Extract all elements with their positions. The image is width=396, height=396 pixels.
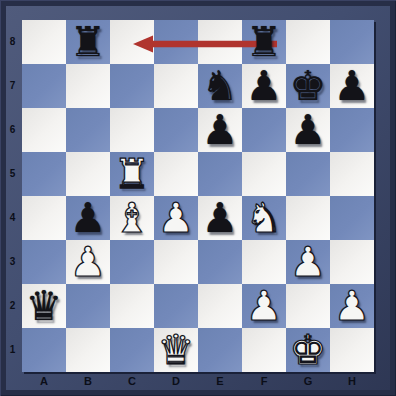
piece-white-pawn-f2[interactable]: ♟ <box>242 284 286 328</box>
rank-label-4: 4 <box>5 196 20 240</box>
square-c6[interactable] <box>110 108 154 152</box>
square-a7[interactable] <box>22 64 66 108</box>
piece-black-rook-b8[interactable]: ♜ <box>66 20 110 64</box>
square-d5[interactable] <box>154 152 198 196</box>
square-g4[interactable] <box>286 196 330 240</box>
square-a3[interactable] <box>22 240 66 284</box>
square-b6[interactable] <box>66 108 110 152</box>
square-b2[interactable] <box>66 284 110 328</box>
piece-black-rook-f8[interactable]: ♜ <box>242 20 286 64</box>
square-h6[interactable] <box>330 108 374 152</box>
piece-white-pawn-h2[interactable]: ♟ <box>330 284 374 328</box>
piece-white-pawn-g3[interactable]: ♟ <box>286 240 330 284</box>
piece-white-king-g1[interactable]: ♚ <box>286 328 330 372</box>
square-h5[interactable] <box>330 152 374 196</box>
square-h4[interactable] <box>330 196 374 240</box>
piece-white-pawn-b3[interactable]: ♟ <box>66 240 110 284</box>
square-f5[interactable] <box>242 152 286 196</box>
piece-white-bishop-c4[interactable]: ♝ <box>110 196 154 240</box>
square-f3[interactable] <box>242 240 286 284</box>
square-f6[interactable] <box>242 108 286 152</box>
square-d2[interactable] <box>154 284 198 328</box>
square-b1[interactable] <box>66 328 110 372</box>
chess-diagram: ♜♜♞♟♚♟♟♟♜♟♝♟♟♞♟♟♛♟♟♛♚ 87654321 ABCDEFGH <box>0 0 396 396</box>
piece-white-pawn-d4[interactable]: ♟ <box>154 196 198 240</box>
file-label-b: B <box>66 373 110 389</box>
rank-label-5: 5 <box>5 152 20 196</box>
square-e2[interactable] <box>198 284 242 328</box>
square-c1[interactable] <box>110 328 154 372</box>
square-e8[interactable] <box>198 20 242 64</box>
board: ♜♜♞♟♚♟♟♟♜♟♝♟♟♞♟♟♛♟♟♛♚ <box>22 20 374 372</box>
square-a8[interactable] <box>22 20 66 64</box>
square-b5[interactable] <box>66 152 110 196</box>
file-label-d: D <box>154 373 198 389</box>
square-a6[interactable] <box>22 108 66 152</box>
piece-black-pawn-f7[interactable]: ♟ <box>242 64 286 108</box>
rank-label-2: 2 <box>5 284 20 328</box>
piece-black-pawn-h7[interactable]: ♟ <box>330 64 374 108</box>
square-d3[interactable] <box>154 240 198 284</box>
square-h3[interactable] <box>330 240 374 284</box>
rank-label-7: 7 <box>5 64 20 108</box>
square-h8[interactable] <box>330 20 374 64</box>
square-e5[interactable] <box>198 152 242 196</box>
file-label-g: G <box>286 373 330 389</box>
square-d6[interactable] <box>154 108 198 152</box>
piece-black-pawn-b4[interactable]: ♟ <box>66 196 110 240</box>
square-c2[interactable] <box>110 284 154 328</box>
file-label-f: F <box>242 373 286 389</box>
file-label-e: E <box>198 373 242 389</box>
piece-black-pawn-e4[interactable]: ♟ <box>198 196 242 240</box>
piece-white-queen-d1[interactable]: ♛ <box>154 328 198 372</box>
square-d8[interactable] <box>154 20 198 64</box>
piece-white-knight-f4[interactable]: ♞ <box>242 196 286 240</box>
square-c3[interactable] <box>110 240 154 284</box>
square-b7[interactable] <box>66 64 110 108</box>
rank-label-6: 6 <box>5 108 20 152</box>
piece-black-king-g7[interactable]: ♚ <box>286 64 330 108</box>
file-label-c: C <box>110 373 154 389</box>
square-a5[interactable] <box>22 152 66 196</box>
piece-black-queen-a2[interactable]: ♛ <box>22 284 66 328</box>
square-a1[interactable] <box>22 328 66 372</box>
file-label-h: H <box>330 373 374 389</box>
square-e1[interactable] <box>198 328 242 372</box>
square-c7[interactable] <box>110 64 154 108</box>
rank-label-8: 8 <box>5 20 20 64</box>
square-f1[interactable] <box>242 328 286 372</box>
piece-black-pawn-g6[interactable]: ♟ <box>286 108 330 152</box>
rank-label-3: 3 <box>5 240 20 284</box>
square-c8[interactable] <box>110 20 154 64</box>
rank-label-1: 1 <box>5 328 20 372</box>
square-h1[interactable] <box>330 328 374 372</box>
square-e3[interactable] <box>198 240 242 284</box>
square-g2[interactable] <box>286 284 330 328</box>
piece-white-rook-c5[interactable]: ♜ <box>110 152 154 196</box>
piece-black-knight-e7[interactable]: ♞ <box>198 64 242 108</box>
file-label-a: A <box>22 373 66 389</box>
square-g5[interactable] <box>286 152 330 196</box>
piece-black-pawn-e6[interactable]: ♟ <box>198 108 242 152</box>
square-g8[interactable] <box>286 20 330 64</box>
square-a4[interactable] <box>22 196 66 240</box>
square-d7[interactable] <box>154 64 198 108</box>
